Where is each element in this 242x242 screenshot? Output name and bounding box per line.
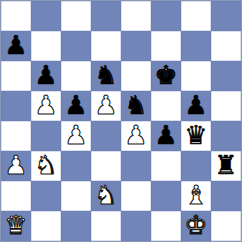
square-e5[interactable]: ♞ <box>121 91 151 121</box>
square-f7[interactable] <box>151 31 181 61</box>
white-pawn-e4[interactable]: ♟ <box>124 121 147 150</box>
square-c7[interactable] <box>61 31 91 61</box>
square-d8[interactable] <box>91 1 121 31</box>
black-pawn-f4[interactable]: ♟ <box>154 121 177 150</box>
white-pawn-a3[interactable]: ♟ <box>4 151 27 180</box>
square-c8[interactable] <box>61 1 91 31</box>
square-h2[interactable] <box>211 181 241 211</box>
square-g8[interactable] <box>181 1 211 31</box>
square-c2[interactable] <box>61 181 91 211</box>
square-h4[interactable] <box>211 121 241 151</box>
square-b4[interactable] <box>31 121 61 151</box>
square-a5[interactable] <box>1 91 31 121</box>
white-knight-d2[interactable]: ♞ <box>94 181 117 210</box>
square-c5[interactable]: ♟ <box>61 91 91 121</box>
black-pawn-a7[interactable]: ♟ <box>4 31 27 60</box>
square-f1[interactable] <box>151 211 181 241</box>
square-g6[interactable] <box>181 61 211 91</box>
black-knight-d6[interactable]: ♞ <box>94 61 117 90</box>
square-e8[interactable] <box>121 1 151 31</box>
square-c3[interactable] <box>61 151 91 181</box>
square-b7[interactable] <box>31 31 61 61</box>
black-pawn-g5[interactable]: ♟ <box>184 91 207 120</box>
square-h7[interactable] <box>211 31 241 61</box>
square-f8[interactable] <box>151 1 181 31</box>
white-pawn-d5[interactable]: ♟ <box>94 91 117 120</box>
square-h3[interactable]: ♜ <box>211 151 241 181</box>
square-b2[interactable] <box>31 181 61 211</box>
square-g4[interactable]: ♛ <box>181 121 211 151</box>
black-pawn-b6[interactable]: ♟ <box>34 61 57 90</box>
white-queen-a1[interactable]: ♛ <box>4 211 27 240</box>
square-a4[interactable] <box>1 121 31 151</box>
square-a2[interactable] <box>1 181 31 211</box>
square-f4[interactable]: ♟ <box>151 121 181 151</box>
square-c6[interactable] <box>61 61 91 91</box>
square-a1[interactable]: ♛ <box>1 211 31 241</box>
square-d5[interactable]: ♟ <box>91 91 121 121</box>
square-b1[interactable] <box>31 211 61 241</box>
black-pawn-c5[interactable]: ♟ <box>64 91 87 120</box>
square-e2[interactable] <box>121 181 151 211</box>
square-g2[interactable]: ♝ <box>181 181 211 211</box>
square-b8[interactable] <box>31 1 61 31</box>
white-pawn-c4[interactable]: ♟ <box>64 121 87 150</box>
square-a8[interactable] <box>1 1 31 31</box>
square-d2[interactable]: ♞ <box>91 181 121 211</box>
black-queen-g4[interactable]: ♛ <box>184 121 207 150</box>
square-b6[interactable]: ♟ <box>31 61 61 91</box>
square-d6[interactable]: ♞ <box>91 61 121 91</box>
square-a7[interactable]: ♟ <box>1 31 31 61</box>
square-g1[interactable]: ♚ <box>181 211 211 241</box>
square-d4[interactable] <box>91 121 121 151</box>
square-e7[interactable] <box>121 31 151 61</box>
white-king-g1[interactable]: ♚ <box>184 211 207 240</box>
square-b3[interactable]: ♞ <box>31 151 61 181</box>
square-a6[interactable] <box>1 61 31 91</box>
square-e4[interactable]: ♟ <box>121 121 151 151</box>
square-e6[interactable] <box>121 61 151 91</box>
square-d3[interactable] <box>91 151 121 181</box>
square-f6[interactable]: ♚ <box>151 61 181 91</box>
square-c4[interactable]: ♟ <box>61 121 91 151</box>
square-h1[interactable] <box>211 211 241 241</box>
white-pawn-b5[interactable]: ♟ <box>34 91 57 120</box>
square-g7[interactable] <box>181 31 211 61</box>
square-f5[interactable] <box>151 91 181 121</box>
square-h8[interactable] <box>211 1 241 31</box>
square-e3[interactable] <box>121 151 151 181</box>
square-f2[interactable] <box>151 181 181 211</box>
white-bishop-g2[interactable]: ♝ <box>184 181 207 210</box>
square-f3[interactable] <box>151 151 181 181</box>
chess-board: ♟♟♞♚♟♟♟♞♟♟♟♟♛♟♞♜♞♝♛♚ <box>0 0 242 242</box>
square-b5[interactable]: ♟ <box>31 91 61 121</box>
black-king-f6[interactable]: ♚ <box>154 61 177 90</box>
square-g3[interactable] <box>181 151 211 181</box>
black-knight-e5[interactable]: ♞ <box>124 91 147 120</box>
white-knight-b3[interactable]: ♞ <box>34 151 57 180</box>
square-d7[interactable] <box>91 31 121 61</box>
square-a3[interactable]: ♟ <box>1 151 31 181</box>
square-d1[interactable] <box>91 211 121 241</box>
square-g5[interactable]: ♟ <box>181 91 211 121</box>
black-rook-h3[interactable]: ♜ <box>214 151 237 180</box>
square-e1[interactable] <box>121 211 151 241</box>
square-h5[interactable] <box>211 91 241 121</box>
square-h6[interactable] <box>211 61 241 91</box>
square-c1[interactable] <box>61 211 91 241</box>
